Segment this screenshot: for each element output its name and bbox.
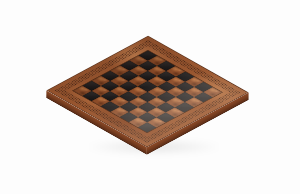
product-photo-scene xyxy=(0,0,300,194)
board-square xyxy=(120,91,139,101)
board-square xyxy=(129,97,148,107)
board-square xyxy=(175,92,194,102)
board-square xyxy=(157,92,176,102)
board-square xyxy=(166,107,185,117)
board-square xyxy=(157,112,176,122)
board-square xyxy=(147,107,166,117)
chessboard-3d xyxy=(46,36,248,148)
board-square xyxy=(129,107,148,117)
board-square xyxy=(147,97,166,107)
chessboard xyxy=(75,19,219,163)
board-square xyxy=(166,97,185,107)
board-square xyxy=(157,102,176,112)
board-square xyxy=(129,117,148,127)
board-square xyxy=(110,96,129,106)
board-square xyxy=(138,92,157,102)
board-square xyxy=(147,117,166,127)
board-square xyxy=(101,101,120,111)
board-top-face xyxy=(46,36,248,148)
board-square xyxy=(175,102,194,112)
board-square xyxy=(138,102,157,112)
board-square xyxy=(138,112,157,122)
board-square xyxy=(119,102,138,112)
board-square xyxy=(119,112,138,122)
board-square xyxy=(92,96,111,106)
board-square xyxy=(185,97,204,107)
board-square xyxy=(110,107,129,117)
board-square xyxy=(82,91,101,101)
board-square xyxy=(194,92,213,102)
board-square xyxy=(101,91,120,101)
board-square xyxy=(138,122,157,132)
